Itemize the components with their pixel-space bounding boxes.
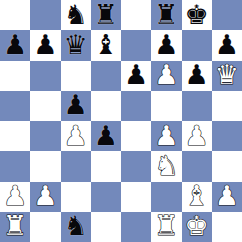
square-f3[interactable]: ♞ [151,151,181,181]
square-c6[interactable] [61,61,91,91]
square-c2[interactable] [61,182,91,212]
square-a8[interactable] [0,0,30,30]
black-pawn: ♟ [94,122,118,149]
square-g3[interactable] [182,151,212,181]
square-d2[interactable] [91,182,121,212]
white-pawn: ♟ [64,122,88,149]
square-d1[interactable] [91,212,121,242]
square-h8[interactable] [212,0,242,30]
square-b4[interactable] [30,121,60,151]
square-g6[interactable]: ♟ [182,61,212,91]
white-pawn: ♟ [154,61,178,88]
square-e5[interactable] [121,91,151,121]
square-f2[interactable] [151,182,181,212]
black-pawn: ♟ [64,91,88,118]
square-a2[interactable]: ♟ [0,182,30,212]
square-d6[interactable] [91,61,121,91]
black-pawn: ♟ [3,31,27,58]
black-knight: ♞ [64,212,88,239]
white-rook: ♜ [154,212,178,239]
white-knight: ♞ [154,152,178,179]
white-queen: ♛ [215,61,239,88]
square-h1[interactable] [212,212,242,242]
black-king: ♚ [185,1,209,28]
white-rook: ♜ [3,212,27,239]
square-e1[interactable] [121,212,151,242]
square-g7[interactable] [182,30,212,60]
square-d8[interactable]: ♜ [91,0,121,30]
square-c5[interactable]: ♟ [61,91,91,121]
square-f8[interactable]: ♜ [151,0,181,30]
square-f7[interactable]: ♟ [151,30,181,60]
square-f1[interactable]: ♜ [151,212,181,242]
square-h4[interactable] [212,121,242,151]
square-c4[interactable]: ♟ [61,121,91,151]
white-pawn: ♟ [33,182,57,209]
square-d3[interactable] [91,151,121,181]
black-pawn: ♟ [154,31,178,58]
square-b6[interactable] [30,61,60,91]
black-knight: ♞ [64,1,88,28]
black-bishop: ♝ [94,31,118,58]
square-e3[interactable] [121,151,151,181]
square-b5[interactable] [30,91,60,121]
square-e4[interactable] [121,121,151,151]
square-a3[interactable] [0,151,30,181]
square-c1[interactable]: ♞ [61,212,91,242]
square-e6[interactable]: ♟ [121,61,151,91]
square-a5[interactable] [0,91,30,121]
square-d7[interactable]: ♝ [91,30,121,60]
black-pawn: ♟ [124,61,148,88]
square-e2[interactable] [121,182,151,212]
square-h5[interactable] [212,91,242,121]
square-g5[interactable] [182,91,212,121]
square-f4[interactable]: ♟ [151,121,181,151]
chess-board: ♞♜♜♚♟♟♛♝♟♟♟♟♟♛♟♟♟♟♟♞♟♟♝♟♜♞♜♚ [0,0,242,242]
black-queen: ♛ [64,31,88,58]
square-h2[interactable]: ♟ [212,182,242,212]
square-g4[interactable]: ♟ [182,121,212,151]
black-rook: ♜ [94,1,118,28]
square-h6[interactable]: ♛ [212,61,242,91]
white-bishop: ♝ [185,182,209,209]
square-b2[interactable]: ♟ [30,182,60,212]
square-e7[interactable] [121,30,151,60]
square-d4[interactable]: ♟ [91,121,121,151]
square-h7[interactable]: ♟ [212,30,242,60]
square-c7[interactable]: ♛ [61,30,91,60]
black-pawn: ♟ [185,61,209,88]
white-king: ♚ [185,212,209,239]
square-d5[interactable] [91,91,121,121]
square-b7[interactable]: ♟ [30,30,60,60]
white-pawn: ♟ [185,122,209,149]
square-f6[interactable]: ♟ [151,61,181,91]
white-pawn: ♟ [154,122,178,149]
square-g8[interactable]: ♚ [182,0,212,30]
square-g2[interactable]: ♝ [182,182,212,212]
black-pawn: ♟ [215,31,239,58]
square-c3[interactable] [61,151,91,181]
white-pawn: ♟ [215,182,239,209]
square-a6[interactable] [0,61,30,91]
white-pawn: ♟ [3,182,27,209]
black-rook: ♜ [154,1,178,28]
square-a1[interactable]: ♜ [0,212,30,242]
square-g1[interactable]: ♚ [182,212,212,242]
black-pawn: ♟ [33,31,57,58]
square-h3[interactable] [212,151,242,181]
square-c8[interactable]: ♞ [61,0,91,30]
square-b1[interactable] [30,212,60,242]
square-b3[interactable] [30,151,60,181]
square-b8[interactable] [30,0,60,30]
square-a7[interactable]: ♟ [0,30,30,60]
square-f5[interactable] [151,91,181,121]
square-e8[interactable] [121,0,151,30]
square-a4[interactable] [0,121,30,151]
